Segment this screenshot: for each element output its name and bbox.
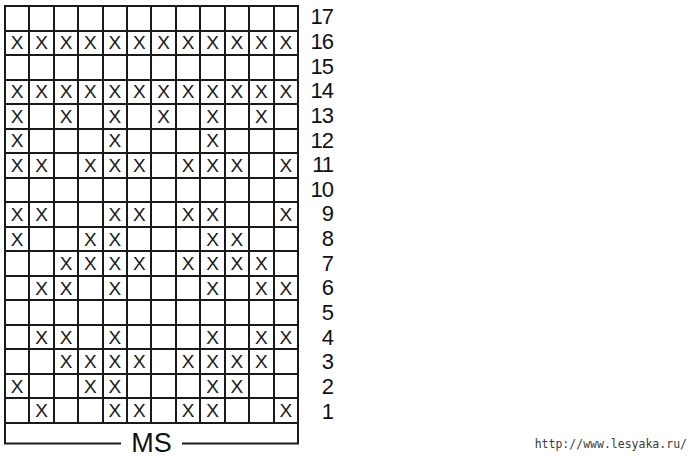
grid-cell <box>6 179 28 202</box>
grid-cell <box>152 7 174 30</box>
grid-cell: X <box>152 81 174 104</box>
grid-cell: X <box>6 32 28 55</box>
grid-cell <box>250 203 272 226</box>
grid-cell <box>275 7 297 30</box>
grid-cell <box>6 301 28 324</box>
grid-cell: X <box>226 375 248 398</box>
grid-cell: X <box>152 105 174 128</box>
grid-cell: X <box>250 277 272 300</box>
grid-cell: X <box>275 32 297 55</box>
grid-cell: X <box>201 277 223 300</box>
grid-cell <box>79 7 101 30</box>
grid-cell: X <box>104 350 126 373</box>
row-number-label: 15 <box>303 54 333 79</box>
grid-cell <box>6 326 28 349</box>
grid-cell: X <box>177 154 199 177</box>
grid-cell <box>250 56 272 79</box>
grid-cell <box>152 228 174 251</box>
grid-cell <box>128 130 150 153</box>
grid-cell: X <box>55 105 77 128</box>
grid-cell <box>275 301 297 324</box>
grid-cell: X <box>275 277 297 300</box>
grid-cell <box>152 252 174 275</box>
grid-cell: X <box>104 228 126 251</box>
grid-cell: X <box>79 252 101 275</box>
grid-cell <box>250 179 272 202</box>
grid-cell <box>128 228 150 251</box>
row-number-label: 14 <box>303 79 333 104</box>
grid-cell: X <box>79 375 101 398</box>
bracket-line-right <box>182 442 299 444</box>
grid-cell <box>55 56 77 79</box>
grid-cell: X <box>30 277 52 300</box>
grid-cell <box>250 375 272 398</box>
grid-cell: X <box>177 32 199 55</box>
bracket-line-left <box>4 442 121 444</box>
grid-cell: X <box>30 81 52 104</box>
grid-cell <box>55 7 77 30</box>
grid-cell <box>250 130 272 153</box>
grid-cell <box>250 399 272 422</box>
grid-cell <box>6 56 28 79</box>
grid-cell: X <box>128 81 150 104</box>
grid-cell <box>250 301 272 324</box>
grid-cell: X <box>104 252 126 275</box>
bracket-line-row: MS <box>4 430 299 457</box>
grid-cell: X <box>250 105 272 128</box>
grid-cell <box>226 105 248 128</box>
knitting-grid: XXXXXXXXXXXXXXXXXXXXXXXXXXXXXXXXXXXXXXXX… <box>4 5 299 424</box>
grid-cell <box>226 277 248 300</box>
grid-cell: X <box>104 130 126 153</box>
grid-cell: X <box>275 326 297 349</box>
grid-cell: X <box>201 252 223 275</box>
grid-cell: X <box>6 203 28 226</box>
grid-cell: X <box>104 81 126 104</box>
grid-cell <box>177 326 199 349</box>
grid-cell <box>275 179 297 202</box>
grid-cell <box>55 375 77 398</box>
grid-cell <box>177 56 199 79</box>
grid-cell: X <box>55 81 77 104</box>
grid-cell: X <box>275 203 297 226</box>
knitting-chart-page: XXXXXXXXXXXXXXXXXXXXXXXXXXXXXXXXXXXXXXXX… <box>0 0 690 460</box>
grid-cell <box>55 179 77 202</box>
grid-cell: X <box>250 81 272 104</box>
grid-cell <box>128 7 150 30</box>
grid-cell: X <box>201 32 223 55</box>
grid-cell <box>177 301 199 324</box>
row-number-label: 10 <box>303 178 333 203</box>
grid-cell: X <box>79 81 101 104</box>
grid-cell <box>177 375 199 398</box>
row-number-label: 11 <box>303 153 333 178</box>
grid-cell <box>30 228 52 251</box>
grid-cell: X <box>104 399 126 422</box>
grid-cell: X <box>177 81 199 104</box>
grid-cell <box>152 399 174 422</box>
grid-cell <box>201 56 223 79</box>
grid-cell <box>6 399 28 422</box>
pattern-repeat-bracket: MS <box>4 424 299 443</box>
row-number-label: 4 <box>303 325 333 350</box>
grid-cell: X <box>250 32 272 55</box>
grid-cell <box>152 179 174 202</box>
grid-cell: X <box>201 399 223 422</box>
grid-cell: X <box>275 399 297 422</box>
grid-cell <box>201 179 223 202</box>
grid-cell <box>201 301 223 324</box>
grid-cell <box>152 301 174 324</box>
grid-cell <box>79 203 101 226</box>
row-number-label: 7 <box>303 251 333 276</box>
grid-cell <box>79 56 101 79</box>
grid-cell: X <box>6 81 28 104</box>
grid-cell <box>6 7 28 30</box>
grid-cell <box>152 375 174 398</box>
grid-cell: X <box>177 350 199 373</box>
grid-cell <box>128 179 150 202</box>
grid-cell: X <box>226 32 248 55</box>
grid-cell <box>152 154 174 177</box>
grid-cell: X <box>55 32 77 55</box>
grid-cell: X <box>226 81 248 104</box>
row-number-label: 2 <box>303 375 333 400</box>
grid-cell <box>226 56 248 79</box>
grid-cell <box>177 105 199 128</box>
grid-cell: X <box>104 277 126 300</box>
grid-cell <box>104 179 126 202</box>
grid-cell <box>30 130 52 153</box>
grid-cell <box>55 301 77 324</box>
grid-cell: X <box>55 326 77 349</box>
grid-cell: X <box>250 350 272 373</box>
grid-cell: X <box>6 154 28 177</box>
grid-cell <box>6 252 28 275</box>
row-number-label: 9 <box>303 202 333 227</box>
grid-cell <box>128 301 150 324</box>
grid-cell <box>30 105 52 128</box>
grid-cell <box>79 277 101 300</box>
grid-cell: X <box>128 203 150 226</box>
grid-cell <box>128 375 150 398</box>
grid-cell: X <box>201 326 223 349</box>
grid-cell: X <box>177 252 199 275</box>
grid-cell: X <box>226 228 248 251</box>
grid-cell <box>128 105 150 128</box>
grid-cell: X <box>104 32 126 55</box>
grid-cell <box>30 350 52 373</box>
grid-cell: X <box>79 350 101 373</box>
grid-cell <box>128 56 150 79</box>
grid-cell <box>177 7 199 30</box>
grid-cell <box>104 7 126 30</box>
row-number-label: 12 <box>303 128 333 153</box>
grid-cell <box>30 252 52 275</box>
grid-cell <box>104 301 126 324</box>
watermark-url: http://www.lesyaka.ru/ <box>535 437 687 451</box>
grid-cell <box>79 105 101 128</box>
grid-cell <box>275 252 297 275</box>
grid-cell: X <box>30 203 52 226</box>
grid-cell: X <box>104 326 126 349</box>
grid-cell: X <box>6 375 28 398</box>
grid-cell: X <box>177 203 199 226</box>
grid-cell <box>275 228 297 251</box>
grid-cell: X <box>226 252 248 275</box>
grid-cell: X <box>55 277 77 300</box>
grid-cell <box>79 179 101 202</box>
grid-cell <box>55 130 77 153</box>
grid-cell: X <box>201 375 223 398</box>
row-number-label: 13 <box>303 104 333 129</box>
grid-cell: X <box>201 154 223 177</box>
row-numbers: 1716151413121110987654321 <box>303 5 333 424</box>
grid-cell: X <box>226 350 248 373</box>
grid-cell <box>226 399 248 422</box>
grid-cell <box>6 350 28 373</box>
grid-cell <box>104 56 126 79</box>
grid-cell <box>177 130 199 153</box>
grid-cell <box>275 56 297 79</box>
grid-cell: X <box>6 105 28 128</box>
grid-cell <box>275 350 297 373</box>
grid-cell: X <box>177 399 199 422</box>
grid-cell <box>30 7 52 30</box>
grid-cell: X <box>128 154 150 177</box>
grid-cell <box>55 154 77 177</box>
grid-cell: X <box>201 228 223 251</box>
grid-cell <box>30 179 52 202</box>
grid-cell <box>226 203 248 226</box>
grid-cell <box>152 130 174 153</box>
grid-cell <box>226 130 248 153</box>
row-number-label: 1 <box>303 399 333 424</box>
grid-cell <box>275 375 297 398</box>
grid-cell: X <box>226 154 248 177</box>
grid-cell <box>152 326 174 349</box>
grid-cell <box>275 130 297 153</box>
grid-cell <box>79 399 101 422</box>
grid-cell <box>30 56 52 79</box>
grid-cell: X <box>275 154 297 177</box>
row-number-label: 8 <box>303 227 333 252</box>
grid-cell: X <box>201 81 223 104</box>
grid-cell: X <box>30 326 52 349</box>
grid-cell <box>226 326 248 349</box>
grid-cell: X <box>201 203 223 226</box>
grid-cell: X <box>201 105 223 128</box>
grid-cell <box>79 301 101 324</box>
grid-cell <box>152 203 174 226</box>
grid-cell <box>152 56 174 79</box>
grid-cell: X <box>79 228 101 251</box>
row-number-label: 17 <box>303 5 333 30</box>
grid-cell: X <box>79 32 101 55</box>
grid-cell: X <box>128 350 150 373</box>
grid-cell: X <box>30 399 52 422</box>
grid-cell <box>250 7 272 30</box>
grid-cell <box>128 326 150 349</box>
grid-cell: X <box>79 154 101 177</box>
grid-cell <box>6 277 28 300</box>
grid-cell <box>55 203 77 226</box>
grid-cell <box>201 7 223 30</box>
grid-cell: X <box>152 32 174 55</box>
grid-cell: X <box>275 81 297 104</box>
pattern-repeat-label: MS <box>121 430 182 457</box>
grid-cell: X <box>6 228 28 251</box>
grid-cell <box>177 277 199 300</box>
grid-cell <box>226 179 248 202</box>
grid-cell: X <box>55 350 77 373</box>
grid-cell <box>226 7 248 30</box>
grid-cell <box>250 228 272 251</box>
row-number-label: 3 <box>303 350 333 375</box>
grid-cell <box>177 179 199 202</box>
row-number-label: 16 <box>303 30 333 55</box>
grid-cell <box>79 130 101 153</box>
grid-cell <box>79 326 101 349</box>
grid-cell: X <box>104 105 126 128</box>
grid-cell: X <box>128 32 150 55</box>
grid-cell: X <box>104 375 126 398</box>
grid-cell <box>55 228 77 251</box>
grid-cell <box>55 399 77 422</box>
grid-cell: X <box>201 350 223 373</box>
grid-cell: X <box>30 32 52 55</box>
grid-cell: X <box>104 154 126 177</box>
grid-cell: X <box>250 252 272 275</box>
grid-cell: X <box>6 130 28 153</box>
grid-cell: X <box>30 154 52 177</box>
grid-cell: X <box>201 130 223 153</box>
grid-cell <box>30 301 52 324</box>
grid-cell: X <box>128 252 150 275</box>
grid-cell <box>152 277 174 300</box>
grid-cell <box>226 301 248 324</box>
grid-cell: X <box>55 252 77 275</box>
grid-cell: X <box>128 399 150 422</box>
grid-cell <box>30 375 52 398</box>
grid-cell: X <box>104 203 126 226</box>
row-number-label: 6 <box>303 276 333 301</box>
grid-cell <box>128 277 150 300</box>
grid-cell <box>177 228 199 251</box>
grid-cell <box>275 105 297 128</box>
grid-cell <box>250 154 272 177</box>
row-number-label: 5 <box>303 301 333 326</box>
grid-cell <box>152 350 174 373</box>
grid-cell: X <box>250 326 272 349</box>
